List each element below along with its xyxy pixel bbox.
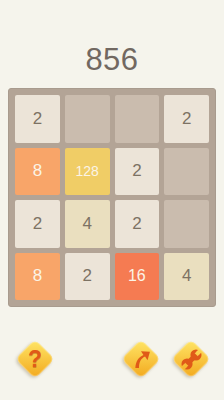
- game-screen: 856 228128224282164 ?: [0, 0, 224, 400]
- settings-button[interactable]: [171, 339, 211, 379]
- tile-2: 2: [65, 253, 110, 301]
- curved-arrow-icon: [121, 339, 161, 379]
- undo-button[interactable]: [121, 339, 161, 379]
- tile-8: 8: [15, 253, 60, 301]
- tile-128: 128: [65, 148, 110, 196]
- tile-2: 2: [15, 200, 60, 248]
- tile-4: 4: [164, 253, 209, 301]
- help-button[interactable]: ?: [15, 339, 55, 379]
- empty-cell: [65, 95, 110, 143]
- tile-2: 2: [164, 95, 209, 143]
- tile-8: 8: [15, 148, 60, 196]
- tile-16: 16: [115, 253, 160, 301]
- empty-cell: [115, 95, 160, 143]
- wrench-icon: [171, 339, 211, 379]
- board: 228128224282164: [8, 88, 216, 307]
- board-grid[interactable]: 228128224282164: [15, 95, 209, 300]
- empty-cell: [164, 200, 209, 248]
- empty-cell: [164, 148, 209, 196]
- score-label: 856: [0, 42, 224, 78]
- tile-4: 4: [65, 200, 110, 248]
- tile-2: 2: [115, 200, 160, 248]
- tile-2: 2: [115, 148, 160, 196]
- tile-2: 2: [15, 95, 60, 143]
- question-mark-icon: ?: [15, 339, 55, 379]
